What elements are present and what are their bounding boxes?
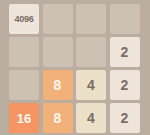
empty-cell-r0c1 [43, 4, 73, 34]
empty-cell-r1c2 [76, 37, 106, 67]
empty-cell-r2c0 [9, 70, 39, 100]
empty-cell-r1c0 [9, 37, 39, 67]
tile-16-r3c0: 16 [9, 103, 39, 133]
tile-2-r2c3: 2 [110, 70, 140, 100]
tile-4-r3c2: 4 [76, 103, 106, 133]
board-grid: 4096284216842 [9, 4, 140, 133]
tile-8-r2c1: 8 [43, 70, 73, 100]
game-board-2048[interactable]: 4096284216842 [0, 0, 150, 135]
tile-2-r1c3: 2 [110, 37, 140, 67]
empty-cell-r1c1 [43, 37, 73, 67]
empty-cell-r0c3 [110, 4, 140, 34]
empty-cell-r0c2 [76, 4, 106, 34]
tile-8-r3c1: 8 [43, 103, 73, 133]
tile-4096-r0c0: 4096 [9, 4, 39, 34]
tile-2-r3c3: 2 [110, 103, 140, 133]
tile-4-r2c2: 4 [76, 70, 106, 100]
